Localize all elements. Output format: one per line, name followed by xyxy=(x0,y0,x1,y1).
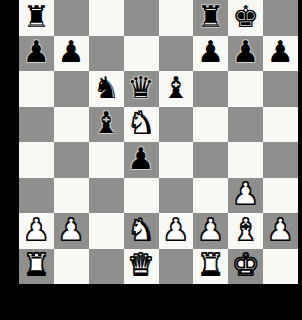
white-queen-d1[interactable]: ♛ xyxy=(128,250,155,280)
white-pawn-a2[interactable]: ♟ xyxy=(23,215,50,245)
square-f1[interactable]: ♜ xyxy=(193,249,228,285)
white-pawn-e2[interactable]: ♟ xyxy=(162,215,189,245)
square-a1[interactable]: ♜ xyxy=(19,249,54,285)
black-queen-d6[interactable]: ♛ xyxy=(128,73,155,103)
black-knight-c6[interactable]: ♞ xyxy=(93,73,120,103)
white-pawn-b2[interactable]: ♟ xyxy=(58,215,85,245)
square-b5[interactable] xyxy=(54,107,89,143)
square-d5[interactable]: ♞ xyxy=(124,107,159,143)
square-b3[interactable] xyxy=(54,178,89,214)
white-king-g1[interactable]: ♚ xyxy=(232,250,259,280)
square-h4[interactable] xyxy=(263,142,298,178)
square-c3[interactable] xyxy=(89,178,124,214)
white-rook-a1[interactable]: ♜ xyxy=(23,250,50,280)
square-f6[interactable] xyxy=(193,71,228,107)
black-king-g8[interactable]: ♚ xyxy=(232,2,259,32)
chess-board: ♜♜♚♟♟♟♟♟♞♛♝♝♞♟♟♟♟♞♟♟♝♟♜♛♜♚ xyxy=(19,0,298,284)
square-f8[interactable]: ♜ xyxy=(193,0,228,36)
square-d3[interactable] xyxy=(124,178,159,214)
white-pawn-g3[interactable]: ♟ xyxy=(232,179,259,209)
white-pawn-h2[interactable]: ♟ xyxy=(267,215,294,245)
square-e5[interactable] xyxy=(159,107,194,143)
square-a2[interactable]: ♟ xyxy=(19,213,54,249)
square-d6[interactable]: ♛ xyxy=(124,71,159,107)
white-pawn-f2[interactable]: ♟ xyxy=(197,215,224,245)
square-a7[interactable]: ♟ xyxy=(19,36,54,72)
square-h6[interactable] xyxy=(263,71,298,107)
black-pawn-b7[interactable]: ♟ xyxy=(58,37,85,67)
square-g2[interactable]: ♝ xyxy=(228,213,263,249)
square-f2[interactable]: ♟ xyxy=(193,213,228,249)
square-b8[interactable] xyxy=(54,0,89,36)
square-c7[interactable] xyxy=(89,36,124,72)
square-f4[interactable] xyxy=(193,142,228,178)
square-f5[interactable] xyxy=(193,107,228,143)
square-c8[interactable] xyxy=(89,0,124,36)
square-e4[interactable] xyxy=(159,142,194,178)
square-b4[interactable] xyxy=(54,142,89,178)
square-c4[interactable] xyxy=(89,142,124,178)
square-g3[interactable]: ♟ xyxy=(228,178,263,214)
square-a3[interactable] xyxy=(19,178,54,214)
square-a6[interactable] xyxy=(19,71,54,107)
square-f7[interactable]: ♟ xyxy=(193,36,228,72)
square-b2[interactable]: ♟ xyxy=(54,213,89,249)
square-h1[interactable] xyxy=(263,249,298,285)
square-h3[interactable] xyxy=(263,178,298,214)
square-g4[interactable] xyxy=(228,142,263,178)
square-h8[interactable] xyxy=(263,0,298,36)
chess-diagram: ♜♜♚♟♟♟♟♟♞♛♝♝♞♟♟♟♟♞♟♟♝♟♜♛♜♚ xyxy=(0,0,302,320)
black-pawn-a7[interactable]: ♟ xyxy=(23,37,50,67)
square-a5[interactable] xyxy=(19,107,54,143)
square-c5[interactable]: ♝ xyxy=(89,107,124,143)
black-bishop-e6[interactable]: ♝ xyxy=(162,73,189,103)
square-b1[interactable] xyxy=(54,249,89,285)
square-h7[interactable]: ♟ xyxy=(263,36,298,72)
square-b6[interactable] xyxy=(54,71,89,107)
white-knight-d2[interactable]: ♞ xyxy=(128,215,155,245)
square-h2[interactable]: ♟ xyxy=(263,213,298,249)
square-g7[interactable]: ♟ xyxy=(228,36,263,72)
square-e7[interactable] xyxy=(159,36,194,72)
square-e2[interactable]: ♟ xyxy=(159,213,194,249)
square-g1[interactable]: ♚ xyxy=(228,249,263,285)
black-pawn-d4[interactable]: ♟ xyxy=(128,144,155,174)
square-f3[interactable] xyxy=(193,178,228,214)
square-c1[interactable] xyxy=(89,249,124,285)
black-rook-a8[interactable]: ♜ xyxy=(23,2,50,32)
square-d8[interactable] xyxy=(124,0,159,36)
square-e3[interactable] xyxy=(159,178,194,214)
white-rook-f1[interactable]: ♜ xyxy=(197,250,224,280)
square-c6[interactable]: ♞ xyxy=(89,71,124,107)
black-pawn-f7[interactable]: ♟ xyxy=(197,37,224,67)
square-d2[interactable]: ♞ xyxy=(124,213,159,249)
square-a4[interactable] xyxy=(19,142,54,178)
square-d7[interactable] xyxy=(124,36,159,72)
square-e1[interactable] xyxy=(159,249,194,285)
square-b7[interactable]: ♟ xyxy=(54,36,89,72)
square-h5[interactable] xyxy=(263,107,298,143)
square-g6[interactable] xyxy=(228,71,263,107)
square-g8[interactable]: ♚ xyxy=(228,0,263,36)
black-pawn-h7[interactable]: ♟ xyxy=(267,37,294,67)
square-a8[interactable]: ♜ xyxy=(19,0,54,36)
white-knight-d5[interactable]: ♞ xyxy=(128,108,155,138)
square-e6[interactable]: ♝ xyxy=(159,71,194,107)
square-e8[interactable] xyxy=(159,0,194,36)
square-c2[interactable] xyxy=(89,213,124,249)
white-bishop-g2[interactable]: ♝ xyxy=(232,215,259,245)
square-d1[interactable]: ♛ xyxy=(124,249,159,285)
square-g5[interactable] xyxy=(228,107,263,143)
black-bishop-c5[interactable]: ♝ xyxy=(93,108,120,138)
square-d4[interactable]: ♟ xyxy=(124,142,159,178)
black-rook-f8[interactable]: ♜ xyxy=(197,2,224,32)
black-pawn-g7[interactable]: ♟ xyxy=(232,37,259,67)
